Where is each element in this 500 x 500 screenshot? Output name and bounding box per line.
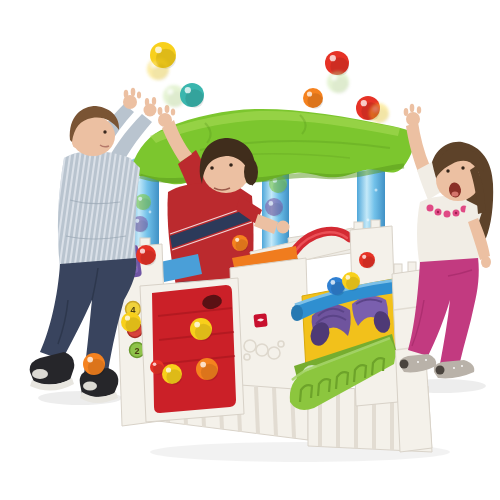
eye [229,163,233,167]
child-girl-right [400,104,494,379]
eye [461,166,464,169]
eye [103,130,106,133]
white-tshirt [417,196,480,268]
silver-flat [434,360,475,378]
sneaker [30,352,75,391]
product-photo: 4 2 [0,0,500,500]
shirt-stripes [58,151,140,268]
door-panel [152,285,236,413]
hair-side [244,159,258,185]
playhouse-front: 4 2 [114,220,432,452]
hand [158,113,172,127]
hand [277,221,290,234]
hand [481,256,491,268]
eye [446,169,449,172]
eye [210,166,214,170]
teal-ball [180,83,204,108]
red-door [140,278,244,422]
orange-ball [303,88,323,109]
hand [144,104,157,117]
scene: 4 2 [0,0,500,500]
motion-ghost-yellow-ball [147,58,169,81]
hand [406,112,420,126]
ear [72,136,80,148]
motion-ghost-light_green-ball [327,71,349,94]
step2-logo-badge [253,313,267,327]
tongue [452,192,459,197]
